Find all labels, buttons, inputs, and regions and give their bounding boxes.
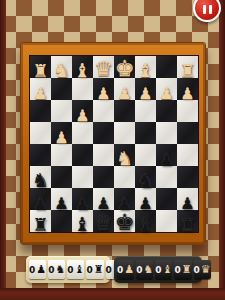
black-pawn-icon: ♟ [36,264,46,275]
white-pawn[interactable]: ♟ [54,130,68,146]
square-f1[interactable]: ♝ [135,56,156,78]
square-b2[interactable] [51,78,72,100]
square-g6[interactable] [156,166,177,188]
square-g4[interactable] [156,122,177,144]
square-d7[interactable]: ♟ [93,188,114,210]
black-pawn[interactable]: ♟ [180,196,194,212]
square-g7[interactable] [156,188,177,210]
white-pawn[interactable]: ♟ [96,86,110,102]
square-a5[interactable] [30,144,51,166]
square-g5[interactable]: ♟ [156,144,177,166]
captured-counter-black-rook: 0♜ [86,260,103,279]
square-e3[interactable] [114,100,135,122]
square-f7[interactable]: ♟ [135,188,156,210]
white-bishop[interactable]: ♝ [137,61,154,80]
square-d4[interactable] [93,122,114,144]
square-a8[interactable]: ♜ [30,210,51,232]
square-c8[interactable]: ♝ [72,210,93,232]
capture-count: 0 [136,265,142,275]
square-b3[interactable] [51,100,72,122]
wood-edge-left [0,0,6,300]
captured-black-pieces-tray: 0♟0♞0♝0♜0♛ [26,256,110,283]
square-h4[interactable] [177,122,198,144]
square-f6[interactable]: ♞ [135,166,156,188]
black-pawn[interactable]: ♟ [54,196,68,212]
black-rook[interactable]: ♜ [179,216,195,234]
black-knight[interactable]: ♞ [32,171,49,190]
capture-count: 0 [86,265,92,275]
square-a7[interactable]: ♟ [30,188,51,210]
square-d1[interactable]: ♛ [93,56,114,78]
white-knight[interactable]: ♞ [53,61,70,80]
square-f5[interactable] [135,144,156,166]
black-pawn[interactable]: ♟ [33,196,47,212]
square-c3[interactable]: ♟ [72,100,93,122]
square-c1[interactable]: ♝ [72,56,93,78]
capture-count: 0 [155,265,161,275]
square-e4[interactable] [114,122,135,144]
square-a6[interactable]: ♞ [30,166,51,188]
square-g8[interactable] [156,210,177,232]
square-h1[interactable]: ♜ [177,56,198,78]
black-pawn[interactable]: ♟ [75,196,89,212]
black-pawn[interactable]: ♟ [96,196,110,212]
black-king[interactable]: ♚ [115,212,135,234]
board-frame: ♜♞♝♛♚♝♜♟♟♟♟♟♟♟♟♞♟♞♞♟♟♟♟♟♟♟♜♝♛♚♝♜ [20,42,206,245]
square-b4[interactable]: ♟ [51,122,72,144]
white-pawn-icon: ♟ [124,264,134,275]
black-bishop[interactable]: ♝ [74,215,91,234]
square-h2[interactable]: ♟ [177,78,198,100]
white-pawn[interactable]: ♟ [138,86,152,102]
white-pawn[interactable]: ♟ [159,86,173,102]
square-c4[interactable] [72,122,93,144]
white-king[interactable]: ♚ [115,58,135,80]
captured-counter-black-bishop: 0♝ [67,260,84,279]
square-g1[interactable] [156,56,177,78]
white-bishop[interactable]: ♝ [74,61,91,80]
square-e1[interactable]: ♚ [114,56,135,78]
black-rook[interactable]: ♜ [32,216,48,234]
wood-edge-right [219,0,225,300]
square-b8[interactable] [51,210,72,232]
square-e7[interactable]: ♟ [114,188,135,210]
black-queen[interactable]: ♛ [94,213,113,234]
white-pawn[interactable]: ♟ [117,86,131,102]
square-b1[interactable]: ♞ [51,56,72,78]
captured-counter-white-pawn: 0♟ [117,260,134,279]
capture-count: 0 [106,265,112,275]
square-a4[interactable] [30,122,51,144]
captured-counter-white-bishop: 0♝ [155,260,172,279]
black-bishop[interactable]: ♝ [137,215,154,234]
white-rook[interactable]: ♜ [32,62,48,80]
white-knight-icon: ♞ [143,264,153,275]
square-d2[interactable]: ♟ [93,78,114,100]
pause-icon [209,5,212,14]
captured-counter-black-pawn: 0♟ [29,260,46,279]
square-a3[interactable] [30,100,51,122]
white-rook-icon: ♜ [182,264,192,275]
capture-count: 0 [29,265,35,275]
white-rook[interactable]: ♜ [179,62,195,80]
black-pawn[interactable]: ♟ [138,196,152,212]
square-e2[interactable]: ♟ [114,78,135,100]
white-pawn[interactable]: ♟ [75,108,89,124]
white-bishop-icon: ♝ [163,264,173,275]
captured-white-pieces-tray: 0♟0♞0♝0♜0♛ [114,256,202,283]
captured-counter-black-knight: 0♞ [48,260,65,279]
capture-count: 0 [174,265,180,275]
square-b6[interactable] [51,166,72,188]
capture-count: 0 [67,265,73,275]
square-e8[interactable]: ♚ [114,210,135,232]
square-h3[interactable] [177,100,198,122]
square-d3[interactable] [93,100,114,122]
capture-count: 0 [117,265,123,275]
white-pawn[interactable]: ♟ [33,86,47,102]
square-c6[interactable] [72,166,93,188]
chess-board: ♜♞♝♛♚♝♜♟♟♟♟♟♟♟♟♞♟♞♞♟♟♟♟♟♟♟♜♝♛♚♝♜ [29,55,199,233]
square-c2[interactable] [72,78,93,100]
white-knight[interactable]: ♞ [116,149,133,168]
pause-button[interactable] [193,0,221,22]
square-h8[interactable]: ♜ [177,210,198,232]
square-d6[interactable] [93,166,114,188]
black-rook-icon: ♜ [94,264,104,275]
captured-counter-white-queen: 0♛ [194,260,211,279]
black-knight-icon: ♞ [55,264,65,275]
square-f2[interactable]: ♟ [135,78,156,100]
square-f3[interactable] [135,100,156,122]
pause-icon [203,5,206,14]
white-pawn[interactable]: ♟ [180,86,194,102]
square-h7[interactable]: ♟ [177,188,198,210]
capture-count: 0 [48,265,54,275]
white-queen-icon: ♛ [201,264,211,275]
captured-counter-white-knight: 0♞ [136,260,153,279]
square-e6[interactable] [114,166,135,188]
captured-counter-white-rook: 0♜ [174,260,191,279]
capture-count: 0 [194,265,200,275]
square-e5[interactable]: ♞ [114,144,135,166]
app-screen: ♜♞♝♛♚♝♜♟♟♟♟♟♟♟♟♞♟♞♞♟♟♟♟♟♟♟♜♝♛♚♝♜ 0♟0♞0♝0… [0,0,225,300]
square-g3[interactable] [156,100,177,122]
square-d8[interactable]: ♛ [93,210,114,232]
square-b7[interactable]: ♟ [51,188,72,210]
white-queen[interactable]: ♛ [94,59,113,80]
square-h6[interactable] [177,166,198,188]
square-b5[interactable] [51,144,72,166]
black-knight[interactable]: ♞ [137,171,154,190]
wood-edge-bottom [0,288,225,300]
square-d5[interactable] [93,144,114,166]
square-c7[interactable]: ♟ [72,188,93,210]
square-g2[interactable]: ♟ [156,78,177,100]
square-h5[interactable] [177,144,198,166]
square-a1[interactable]: ♜ [30,56,51,78]
square-f8[interactable]: ♝ [135,210,156,232]
square-c5[interactable] [72,144,93,166]
black-bishop-icon: ♝ [75,264,85,275]
square-f4[interactable] [135,122,156,144]
black-pawn[interactable]: ♟ [159,152,173,168]
square-a2[interactable]: ♟ [30,78,51,100]
